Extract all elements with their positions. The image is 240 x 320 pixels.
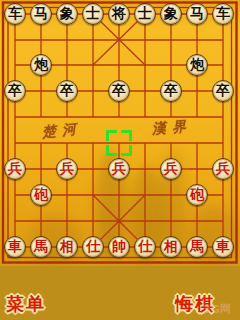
bottom-bar: 菜单 悔棋 3G网 bbox=[0, 266, 240, 320]
piece-red-馬-8x10[interactable]: 馬 bbox=[186, 236, 208, 258]
piece-red-車-1x10[interactable]: 車 bbox=[4, 236, 26, 258]
piece-black-炮-8x3[interactable]: 炮 bbox=[186, 54, 208, 76]
piece-red-仕-4x10[interactable]: 仕 bbox=[82, 236, 104, 258]
piece-red-仕-6x10[interactable]: 仕 bbox=[134, 236, 156, 258]
board-grid bbox=[0, 0, 240, 266]
piece-black-马-2x1[interactable]: 马 bbox=[30, 3, 52, 25]
piece-red-車-9x10[interactable]: 車 bbox=[212, 236, 234, 258]
piece-black-卒-3x4[interactable]: 卒 bbox=[56, 80, 78, 102]
piece-red-兵-5x7[interactable]: 兵 bbox=[108, 158, 130, 180]
piece-red-相-7x10[interactable]: 相 bbox=[160, 236, 182, 258]
piece-black-卒-7x4[interactable]: 卒 bbox=[160, 80, 182, 102]
piece-red-砲-8x8[interactable]: 砲 bbox=[186, 184, 208, 206]
watermark: 3G网 bbox=[203, 302, 231, 317]
piece-black-卒-9x4[interactable]: 卒 bbox=[212, 80, 234, 102]
piece-red-砲-2x8[interactable]: 砲 bbox=[30, 184, 52, 206]
piece-black-车-1x1[interactable]: 车 bbox=[4, 3, 26, 25]
piece-red-兵-7x7[interactable]: 兵 bbox=[160, 158, 182, 180]
piece-red-兵-9x7[interactable]: 兵 bbox=[212, 158, 234, 180]
piece-black-士-6x1[interactable]: 士 bbox=[134, 3, 156, 25]
piece-red-相-3x10[interactable]: 相 bbox=[56, 236, 78, 258]
piece-black-士-4x1[interactable]: 士 bbox=[82, 3, 104, 25]
menu-button[interactable]: 菜单 bbox=[6, 292, 46, 316]
piece-red-帥-5x10[interactable]: 帥 bbox=[108, 236, 130, 258]
piece-red-馬-2x10[interactable]: 馬 bbox=[30, 236, 52, 258]
piece-red-兵-1x7[interactable]: 兵 bbox=[4, 158, 26, 180]
river-label-han: 漢界 bbox=[151, 118, 192, 139]
board[interactable]: 楚河 漢界 车马象士将士象马车炮炮卒卒卒卒卒兵兵兵兵兵砲砲車馬相仕帥仕相馬車 bbox=[0, 0, 240, 266]
piece-black-象-3x1[interactable]: 象 bbox=[56, 3, 78, 25]
game-screen: 楚河 漢界 车马象士将士象马车炮炮卒卒卒卒卒兵兵兵兵兵砲砲車馬相仕帥仕相馬車 菜… bbox=[0, 0, 240, 320]
piece-black-象-7x1[interactable]: 象 bbox=[160, 3, 182, 25]
piece-black-马-8x1[interactable]: 马 bbox=[186, 3, 208, 25]
piece-black-炮-2x3[interactable]: 炮 bbox=[30, 54, 52, 76]
piece-red-兵-3x7[interactable]: 兵 bbox=[56, 158, 78, 180]
piece-black-将-5x1[interactable]: 将 bbox=[108, 3, 130, 25]
piece-black-卒-1x4[interactable]: 卒 bbox=[4, 80, 26, 102]
piece-black-车-9x1[interactable]: 车 bbox=[212, 3, 234, 25]
piece-black-卒-5x4[interactable]: 卒 bbox=[108, 80, 130, 102]
